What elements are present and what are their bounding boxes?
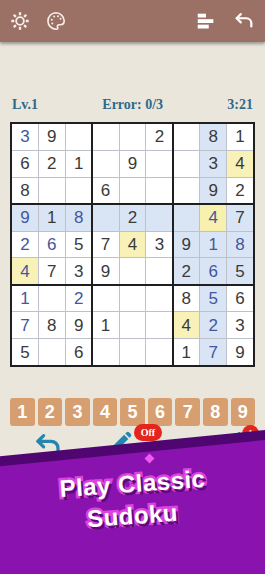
cell-r4c2[interactable]: 1: [39, 205, 65, 231]
cell-r7c8[interactable]: 5: [200, 285, 226, 311]
cell-r5c8[interactable]: 1: [200, 232, 226, 258]
cell-r6c8[interactable]: 6: [200, 258, 226, 284]
cell-r2c1[interactable]: 6: [12, 151, 38, 177]
cell-r8c4[interactable]: 1: [93, 312, 119, 338]
cell-r7c4[interactable]: [93, 285, 119, 311]
cell-r2c5[interactable]: 9: [120, 151, 146, 177]
stats-bars-icon[interactable]: [194, 9, 218, 33]
cell-r5c1[interactable]: 2: [12, 232, 38, 258]
cell-r7c5[interactable]: [120, 285, 146, 311]
cell-r4c3[interactable]: 8: [66, 205, 92, 231]
cell-r9c8[interactable]: 7: [200, 339, 226, 365]
cell-r7c9[interactable]: 6: [227, 285, 253, 311]
cell-r5c2[interactable]: 6: [39, 232, 65, 258]
cell-r5c5[interactable]: 4: [120, 232, 146, 258]
cell-r6c2[interactable]: 7: [39, 258, 65, 284]
cell-r2c2[interactable]: 2: [39, 151, 65, 177]
cell-r2c7[interactable]: [173, 151, 199, 177]
cell-r3c6[interactable]: [146, 178, 172, 204]
cell-r9c1[interactable]: 5: [12, 339, 38, 365]
cell-r2c9[interactable]: 4: [227, 151, 253, 177]
box-divider: [91, 122, 93, 367]
cell-r4c8[interactable]: 4: [200, 205, 226, 231]
cell-r5c4[interactable]: 7: [93, 232, 119, 258]
cell-r8c6[interactable]: [146, 312, 172, 338]
cell-r1c8[interactable]: 8: [200, 124, 226, 150]
box-divider: [10, 284, 255, 286]
cell-r4c5[interactable]: 2: [120, 205, 146, 231]
cell-r3c7[interactable]: [173, 178, 199, 204]
cell-r9c5[interactable]: [120, 339, 146, 365]
palette-icon[interactable]: [44, 9, 68, 33]
cell-r1c6[interactable]: 2: [146, 124, 172, 150]
cell-r2c4[interactable]: [93, 151, 119, 177]
cell-r9c4[interactable]: [93, 339, 119, 365]
cell-r2c8[interactable]: 3: [200, 151, 226, 177]
cell-r7c1[interactable]: 1: [12, 285, 38, 311]
level-label: Lv.1: [12, 97, 38, 113]
cell-r6c6[interactable]: [146, 258, 172, 284]
cell-r9c9[interactable]: 9: [227, 339, 253, 365]
cell-r7c3[interactable]: 2: [66, 285, 92, 311]
cell-r4c9[interactable]: 7: [227, 205, 253, 231]
cell-r4c4[interactable]: [93, 205, 119, 231]
cell-r1c1[interactable]: 3: [12, 124, 38, 150]
cell-r4c6[interactable]: [146, 205, 172, 231]
box-divider: [172, 122, 174, 367]
cell-r7c2[interactable]: [39, 285, 65, 311]
cell-r2c3[interactable]: 1: [66, 151, 92, 177]
cell-r6c5[interactable]: [120, 258, 146, 284]
error-counter: Error: 0/3: [102, 97, 163, 113]
cell-r5c6[interactable]: 3: [146, 232, 172, 258]
cell-r5c3[interactable]: 5: [66, 232, 92, 258]
cell-r9c2[interactable]: [39, 339, 65, 365]
cell-r9c3[interactable]: 6: [66, 339, 92, 365]
cell-r3c9[interactable]: 2: [227, 178, 253, 204]
cell-r1c5[interactable]: [120, 124, 146, 150]
cell-r3c4[interactable]: 6: [93, 178, 119, 204]
cell-r6c7[interactable]: 2: [173, 258, 199, 284]
sudoku-grid: 3928162193486929182472657439184739265128…: [10, 122, 255, 367]
cell-r4c7[interactable]: [173, 205, 199, 231]
cell-r5c9[interactable]: 8: [227, 232, 253, 258]
cell-r3c8[interactable]: 9: [200, 178, 226, 204]
cell-r8c5[interactable]: [120, 312, 146, 338]
cell-r8c7[interactable]: 4: [173, 312, 199, 338]
cell-r9c6[interactable]: [146, 339, 172, 365]
promo-banner[interactable]: Play Classic Sudoku: [0, 420, 265, 574]
cell-r3c1[interactable]: 8: [12, 178, 38, 204]
back-undo-icon[interactable]: [232, 9, 256, 33]
cell-r7c6[interactable]: [146, 285, 172, 311]
cell-r8c1[interactable]: 7: [12, 312, 38, 338]
cell-r8c8[interactable]: 2: [200, 312, 226, 338]
cell-r3c3[interactable]: [66, 178, 92, 204]
cell-r5c7[interactable]: 9: [173, 232, 199, 258]
settings-icon[interactable]: [8, 9, 32, 33]
top-bar: [0, 0, 265, 42]
game-hud: Lv.1 Error: 0/3 3:21: [12, 97, 253, 113]
cell-r1c3[interactable]: [66, 124, 92, 150]
cell-r1c7[interactable]: [173, 124, 199, 150]
sudoku-board: 3928162193486929182472657439184739265128…: [10, 122, 255, 367]
cell-r6c9[interactable]: 5: [227, 258, 253, 284]
cell-r1c4[interactable]: [93, 124, 119, 150]
cell-r9c7[interactable]: 1: [173, 339, 199, 365]
cell-r8c3[interactable]: 9: [66, 312, 92, 338]
cell-r7c7[interactable]: 8: [173, 285, 199, 311]
timer: 3:21: [227, 97, 253, 113]
cell-r4c1[interactable]: 9: [12, 205, 38, 231]
cell-r3c2[interactable]: [39, 178, 65, 204]
cell-r3c5[interactable]: [120, 178, 146, 204]
box-divider: [10, 203, 255, 205]
cell-r2c6[interactable]: [146, 151, 172, 177]
cell-r1c2[interactable]: 9: [39, 124, 65, 150]
cell-r8c9[interactable]: 3: [227, 312, 253, 338]
cell-r1c9[interactable]: 1: [227, 124, 253, 150]
cell-r6c3[interactable]: 3: [66, 258, 92, 284]
cell-r8c2[interactable]: 8: [39, 312, 65, 338]
cell-r6c4[interactable]: 9: [93, 258, 119, 284]
cell-r6c1[interactable]: 4: [12, 258, 38, 284]
